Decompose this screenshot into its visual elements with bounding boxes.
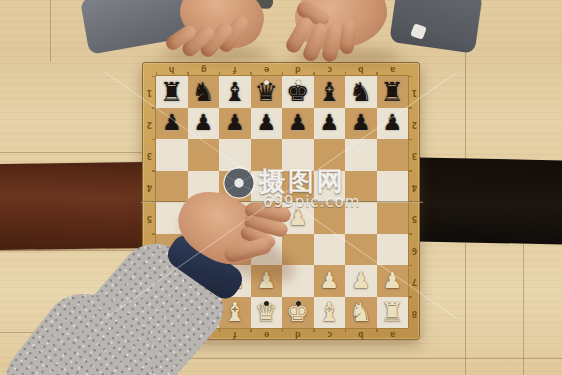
- square-d7[interactable]: ♟: [251, 108, 283, 140]
- square-f7[interactable]: ♟: [314, 108, 346, 140]
- wood-seam: [150, 358, 562, 359]
- square-a8[interactable]: ♜: [156, 76, 188, 108]
- table-stripe-left: [0, 162, 146, 250]
- square-e7[interactable]: ♟: [282, 108, 314, 140]
- square-c1[interactable]: ♝: [219, 297, 251, 329]
- square-h4[interactable]: [377, 202, 409, 234]
- wood-seam: [0, 250, 143, 251]
- wood-seam: [465, 243, 466, 375]
- piece-white-bishop-c1[interactable]: ♝: [219, 297, 251, 329]
- wood-seam: [0, 152, 143, 153]
- photo-scene: hgfedcba hgfedcba 12345678 12345678 ♜♞♝♛…: [0, 0, 562, 375]
- square-f5[interactable]: [314, 171, 346, 203]
- square-g2[interactable]: ♟: [345, 265, 377, 297]
- square-h6[interactable]: [377, 139, 409, 171]
- piece-black-bishop-f8[interactable]: ♝: [314, 76, 346, 108]
- square-g6[interactable]: [345, 139, 377, 171]
- square-g5[interactable]: [345, 171, 377, 203]
- square-e8[interactable]: ♚: [282, 76, 314, 108]
- wood-seam: [523, 243, 524, 375]
- square-b8[interactable]: ♞: [188, 76, 220, 108]
- wood-seam: [50, 0, 51, 62]
- black-player-right-sleeve: [389, 0, 483, 54]
- square-b6[interactable]: [188, 139, 220, 171]
- piece-black-pawn-f7[interactable]: ♟: [314, 108, 346, 140]
- square-e6[interactable]: [282, 139, 314, 171]
- square-c8[interactable]: ♝: [219, 76, 251, 108]
- square-f2[interactable]: ♟: [314, 265, 346, 297]
- square-a5[interactable]: [156, 171, 188, 203]
- piece-black-rook-h8[interactable]: ♜: [377, 76, 409, 108]
- piece-black-king-e8[interactable]: ♚: [282, 76, 314, 108]
- square-h5[interactable]: [377, 171, 409, 203]
- square-d1[interactable]: ♛: [251, 297, 283, 329]
- piece-black-pawn-c7[interactable]: ♟: [219, 108, 251, 140]
- square-d8[interactable]: ♛: [251, 76, 283, 108]
- piece-black-pawn-d7[interactable]: ♟: [251, 108, 283, 140]
- square-h3[interactable]: [377, 234, 409, 266]
- square-f1[interactable]: ♝: [314, 297, 346, 329]
- finial-dot: [264, 301, 269, 306]
- piece-white-queen-d1[interactable]: ♛: [251, 297, 283, 329]
- frame-notches: [156, 72, 408, 75]
- piece-black-bishop-c8[interactable]: ♝: [219, 76, 251, 108]
- square-g4[interactable]: [345, 202, 377, 234]
- square-a6[interactable]: [156, 139, 188, 171]
- piece-black-pawn-g7[interactable]: ♟: [345, 108, 377, 140]
- piece-black-knight-b8[interactable]: ♞: [188, 76, 220, 108]
- square-g8[interactable]: ♞: [345, 76, 377, 108]
- piece-black-rook-a8[interactable]: ♜: [156, 76, 188, 108]
- piece-white-king-e1[interactable]: ♚: [282, 297, 314, 329]
- piece-black-queen-d8[interactable]: ♛: [251, 76, 283, 108]
- square-h8[interactable]: ♜: [377, 76, 409, 108]
- finial-dot: [296, 80, 301, 85]
- square-f6[interactable]: [314, 139, 346, 171]
- square-c7[interactable]: ♟: [219, 108, 251, 140]
- square-g7[interactable]: ♟: [345, 108, 377, 140]
- piece-white-pawn-f2[interactable]: ♟: [314, 265, 346, 297]
- finial-dot: [264, 80, 269, 85]
- piece-white-rook-h1[interactable]: ♜: [377, 297, 409, 329]
- piece-white-bishop-f1[interactable]: ♝: [314, 297, 346, 329]
- square-g1[interactable]: ♞: [345, 297, 377, 329]
- square-h1[interactable]: ♜: [377, 297, 409, 329]
- square-e1[interactable]: ♚: [282, 297, 314, 329]
- square-d6[interactable]: [251, 139, 283, 171]
- finial-dot: [296, 301, 301, 306]
- piece-black-knight-g8[interactable]: ♞: [345, 76, 377, 108]
- piece-black-pawn-e7[interactable]: ♟: [282, 108, 314, 140]
- table-stripe-right: [417, 157, 562, 244]
- piece-white-knight-g1[interactable]: ♞: [345, 297, 377, 329]
- square-f8[interactable]: ♝: [314, 76, 346, 108]
- piece-white-pawn-g2[interactable]: ♟: [345, 265, 377, 297]
